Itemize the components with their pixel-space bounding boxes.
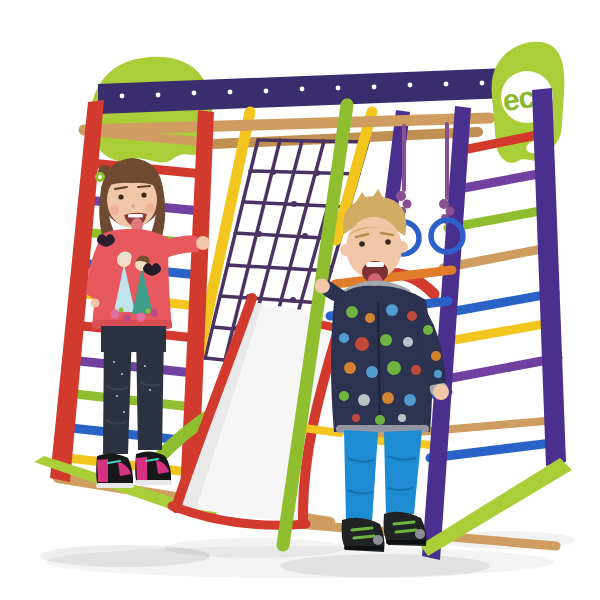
girl-hand-right bbox=[196, 236, 210, 250]
play-gym-scene: eco bbox=[0, 0, 600, 600]
product-photo-stage: eco bbox=[0, 0, 600, 600]
girl-flower-center bbox=[98, 175, 102, 179]
girl-nose bbox=[131, 204, 135, 208]
right-ladder-far-rail bbox=[532, 88, 566, 466]
boy-hand-right bbox=[433, 384, 449, 400]
boy-hand-left bbox=[315, 279, 330, 294]
girl-hand-left bbox=[91, 299, 100, 308]
girl-teeth bbox=[128, 214, 143, 218]
boy-teeth bbox=[366, 262, 384, 267]
